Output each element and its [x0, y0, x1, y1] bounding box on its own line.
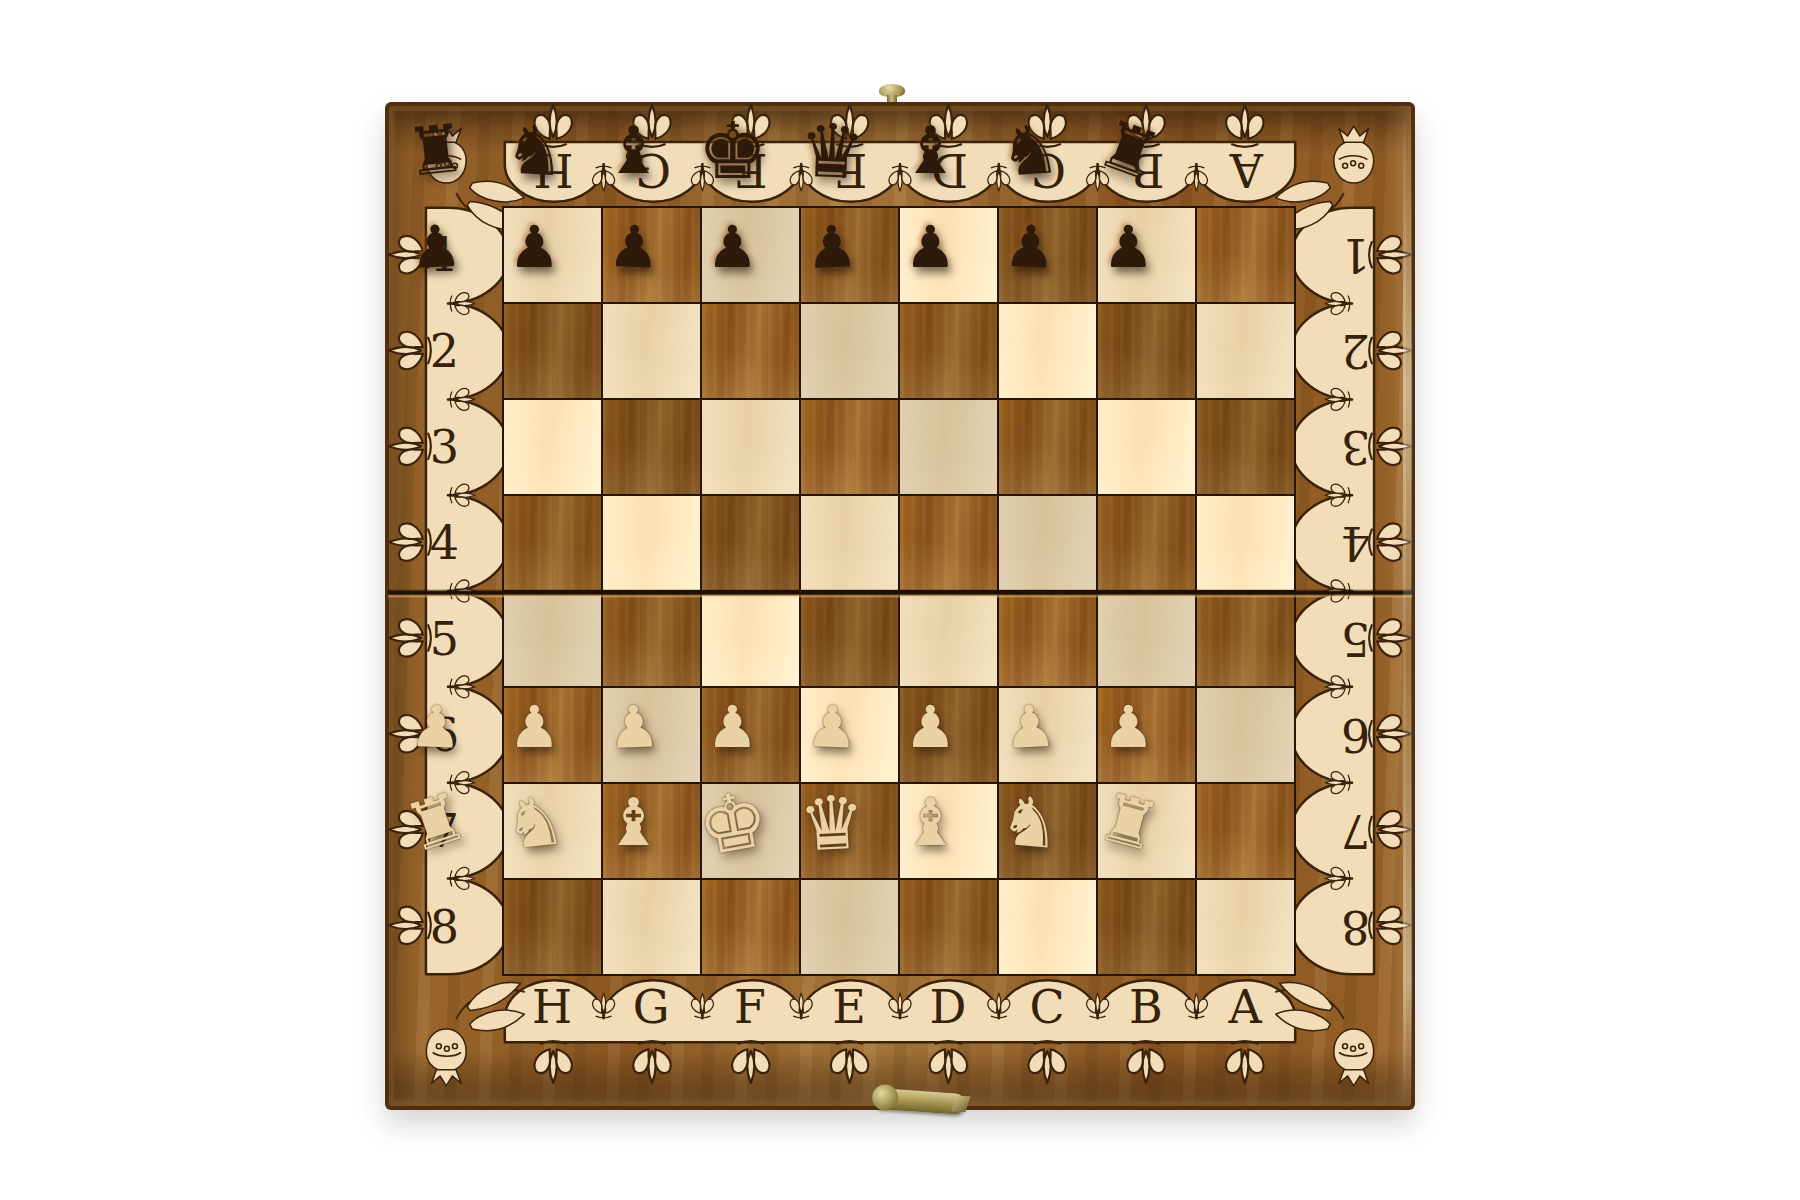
square-e4[interactable]: [801, 496, 898, 590]
piece-light-knight-b8[interactable]: ♞: [977, 771, 1081, 875]
square-f5[interactable]: [702, 592, 799, 686]
square-c5[interactable]: [999, 592, 1096, 686]
square-a8[interactable]: [1197, 880, 1294, 974]
piece-dark-king-e1[interactable]: ♚: [685, 103, 781, 199]
piece-dark-pawn-f2[interactable]: ♟: [584, 197, 683, 296]
square-b4[interactable]: [1098, 496, 1195, 590]
piece-dark-pawn-h2[interactable]: ♟: [385, 197, 486, 298]
piece-dark-pawn-d2[interactable]: ♟: [782, 197, 881, 296]
square-f3[interactable]: [702, 400, 799, 494]
square-b3[interactable]: [1098, 400, 1195, 494]
piece-dark-queen-d1[interactable]: ♛: [782, 101, 881, 200]
fold-seam: [388, 589, 1412, 598]
piece-light-king-e8[interactable]: ♚: [677, 767, 788, 878]
square-a5[interactable]: [1197, 592, 1294, 686]
square-b5[interactable]: [1098, 592, 1195, 686]
piece-light-pawn-d7[interactable]: ♟: [782, 677, 881, 776]
square-c8[interactable]: [999, 880, 1096, 974]
piece-dark-knight-b1[interactable]: ♞: [978, 100, 1080, 202]
square-e8[interactable]: [801, 880, 898, 974]
piece-light-pawn-h7[interactable]: ♟: [386, 677, 485, 776]
square-e5[interactable]: [801, 592, 898, 686]
piece-dark-pawn-e2[interactable]: ♟: [685, 199, 781, 295]
piece-light-pawn-f7[interactable]: ♟: [584, 677, 683, 776]
piece-light-bishop-f8[interactable]: ♝: [586, 775, 682, 871]
square-e3[interactable]: [801, 400, 898, 494]
piece-dark-bishop-c1[interactable]: ♝: [883, 103, 979, 199]
square-a4[interactable]: [1197, 496, 1294, 590]
photo-stage: HGFEDCBAHGFEDCBA1234567812345678 ♜♞♝♚♛♝♞…: [0, 0, 1800, 1200]
square-g3[interactable]: [603, 400, 700, 494]
piece-light-pawn-c7[interactable]: ♟: [883, 679, 979, 775]
square-c4[interactable]: [999, 496, 1096, 590]
square-h2[interactable]: [504, 304, 601, 398]
piece-light-bishop-c8[interactable]: ♝: [883, 775, 979, 871]
chess-board: HGFEDCBAHGFEDCBA1234567812345678 ♜♞♝♚♛♝♞…: [385, 102, 1415, 1110]
piece-dark-pawn-a2[interactable]: ♟: [1081, 199, 1177, 295]
square-g5[interactable]: [603, 592, 700, 686]
square-a7[interactable]: [1197, 784, 1294, 878]
square-c3[interactable]: [999, 400, 1096, 494]
piece-dark-pawn-b2[interactable]: ♟: [979, 197, 1080, 298]
piece-dark-knight-g1[interactable]: ♞: [484, 101, 585, 202]
piece-light-knight-g8[interactable]: ♞: [482, 770, 588, 876]
piece-light-pawn-g7[interactable]: ♟: [487, 679, 583, 775]
piece-light-pawn-a7[interactable]: ♟: [1081, 679, 1177, 775]
square-h4[interactable]: [504, 496, 601, 590]
square-a6[interactable]: [1197, 688, 1294, 782]
square-g2[interactable]: [603, 304, 700, 398]
piece-dark-rook-h1[interactable]: ♜: [383, 98, 489, 204]
square-a3[interactable]: [1197, 400, 1294, 494]
square-f8[interactable]: [702, 880, 799, 974]
square-h8[interactable]: [504, 880, 601, 974]
square-h5[interactable]: [504, 592, 601, 686]
square-c2[interactable]: [999, 304, 1096, 398]
clasp-knob: [871, 1084, 899, 1112]
square-d8[interactable]: [900, 880, 997, 974]
square-g8[interactable]: [603, 880, 700, 974]
piece-light-queen-d8[interactable]: ♛: [781, 773, 882, 874]
piece-light-pawn-b7[interactable]: ♟: [979, 677, 1080, 778]
square-d2[interactable]: [900, 304, 997, 398]
square-f4[interactable]: [702, 496, 799, 590]
square-f2[interactable]: [702, 304, 799, 398]
square-a1[interactable]: [1197, 208, 1294, 302]
square-a2[interactable]: [1197, 304, 1294, 398]
piece-dark-pawn-c2[interactable]: ♟: [883, 199, 979, 295]
square-d3[interactable]: [900, 400, 997, 494]
square-h3[interactable]: [504, 400, 601, 494]
piece-dark-pawn-g2[interactable]: ♟: [487, 199, 583, 295]
piece-dark-bishop-f1[interactable]: ♝: [586, 103, 682, 199]
square-b8[interactable]: [1098, 880, 1195, 974]
square-d5[interactable]: [900, 592, 997, 686]
square-b2[interactable]: [1098, 304, 1195, 398]
square-e2[interactable]: [801, 304, 898, 398]
piece-light-pawn-e7[interactable]: ♟: [685, 679, 781, 775]
square-g4[interactable]: [603, 496, 700, 590]
square-d4[interactable]: [900, 496, 997, 590]
